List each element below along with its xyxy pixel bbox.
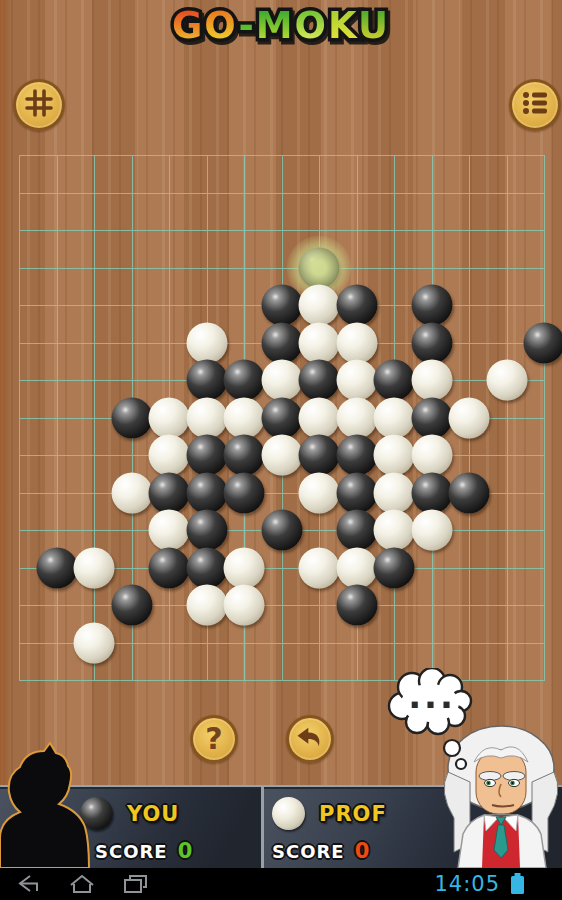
board-cell[interactable]: [57, 530, 95, 568]
board-cell[interactable]: [507, 643, 545, 681]
title-letter: K: [328, 4, 358, 47]
board-cell[interactable]: [94, 380, 132, 418]
board-cell[interactable]: [132, 343, 170, 381]
board-cell[interactable]: [432, 343, 470, 381]
board-cell[interactable]: [207, 380, 245, 418]
score-value-prof: 0: [355, 839, 371, 863]
menu-button[interactable]: [509, 79, 561, 131]
board-cell[interactable]: [394, 268, 432, 306]
board-cell[interactable]: [94, 268, 132, 306]
board-cell[interactable]: [132, 530, 170, 568]
board-cell[interactable]: [432, 268, 470, 306]
board-cell[interactable]: [282, 343, 320, 381]
android-navbar: 14:05: [0, 868, 562, 900]
board-cell[interactable]: [207, 155, 245, 193]
board-cell[interactable]: [282, 155, 320, 193]
recents-button[interactable]: [122, 874, 148, 898]
board-cell[interactable]: [357, 568, 395, 606]
board-cell[interactable]: [282, 493, 320, 531]
board-cell[interactable]: [244, 343, 282, 381]
board-cell[interactable]: [357, 230, 395, 268]
board-cell[interactable]: [469, 343, 507, 381]
title-letter: M: [256, 4, 295, 47]
board-cell[interactable]: [319, 193, 357, 231]
board-cell[interactable]: [57, 193, 95, 231]
board-cell[interactable]: [507, 155, 545, 193]
board-cell[interactable]: [132, 268, 170, 306]
player-name-prof: PROF: [319, 802, 387, 826]
board-cell[interactable]: [19, 380, 57, 418]
board-cell[interactable]: [469, 268, 507, 306]
board-cell[interactable]: [94, 155, 132, 193]
board-cell[interactable]: [469, 455, 507, 493]
board-cell[interactable]: [244, 418, 282, 456]
board-cell[interactable]: [319, 305, 357, 343]
board-cell[interactable]: [394, 343, 432, 381]
board-cell[interactable]: [169, 493, 207, 531]
question-icon: ?: [205, 724, 222, 754]
board-cell[interactable]: [132, 493, 170, 531]
board-cell[interactable]: [432, 230, 470, 268]
board-cell[interactable]: [282, 305, 320, 343]
board-cell[interactable]: [319, 230, 357, 268]
board-cell[interactable]: [207, 643, 245, 681]
board-cell[interactable]: [394, 605, 432, 643]
board-cell[interactable]: [357, 455, 395, 493]
board-cell[interactable]: [244, 568, 282, 606]
board-cell[interactable]: [19, 230, 57, 268]
board-cell[interactable]: [282, 193, 320, 231]
board-cell[interactable]: [132, 568, 170, 606]
board-cell[interactable]: [469, 568, 507, 606]
home-icon: [68, 874, 96, 894]
board-cell[interactable]: [319, 530, 357, 568]
board-cell[interactable]: [394, 530, 432, 568]
board-cell[interactable]: [507, 493, 545, 531]
board-cell[interactable]: [357, 343, 395, 381]
board-cell[interactable]: [319, 380, 357, 418]
board-cell[interactable]: [432, 418, 470, 456]
player-silhouette: [0, 742, 100, 872]
bulleted-list-icon: [521, 89, 549, 121]
title-letter: O: [295, 4, 328, 47]
board-cell[interactable]: [319, 643, 357, 681]
board-cell[interactable]: [282, 605, 320, 643]
board-cell[interactable]: [57, 493, 95, 531]
board-cell[interactable]: [57, 643, 95, 681]
board-cell[interactable]: [94, 605, 132, 643]
board-cell[interactable]: [469, 380, 507, 418]
home-button[interactable]: [68, 874, 96, 898]
board-cell[interactable]: [169, 455, 207, 493]
board-cell[interactable]: [132, 305, 170, 343]
board-cell[interactable]: [94, 193, 132, 231]
board-cell[interactable]: [394, 305, 432, 343]
board-cell[interactable]: [169, 380, 207, 418]
board-cell[interactable]: [282, 380, 320, 418]
board-cell[interactable]: [357, 193, 395, 231]
board-cell[interactable]: [244, 493, 282, 531]
board-cell[interactable]: [357, 418, 395, 456]
title-letter: -: [238, 4, 255, 47]
board-cell[interactable]: [432, 568, 470, 606]
board-cell[interactable]: [94, 493, 132, 531]
title-letter: U: [358, 4, 390, 47]
board-cell[interactable]: [19, 305, 57, 343]
board-cell[interactable]: [282, 568, 320, 606]
board-cell[interactable]: [94, 530, 132, 568]
board-cell[interactable]: [394, 493, 432, 531]
board-cell[interactable]: [432, 605, 470, 643]
board-cell[interactable]: [394, 155, 432, 193]
board-cell[interactable]: [169, 418, 207, 456]
board-cell[interactable]: [207, 455, 245, 493]
board-cell[interactable]: [357, 493, 395, 531]
recents-icon: [122, 874, 148, 894]
page-title: GO-MOKU GO-MOKU: [0, 4, 562, 52]
board-cell[interactable]: [19, 455, 57, 493]
scoreboard-divider: [261, 787, 264, 868]
board-style-button[interactable]: [13, 79, 65, 131]
board-cell[interactable]: [244, 530, 282, 568]
board-cell[interactable]: [94, 230, 132, 268]
board-cell[interactable]: [507, 605, 545, 643]
board-cell[interactable]: [507, 343, 545, 381]
board-cell[interactable]: [319, 455, 357, 493]
board-cell[interactable]: [207, 343, 245, 381]
board-cell[interactable]: [19, 493, 57, 531]
board-cell[interactable]: [319, 493, 357, 531]
board-cell[interactable]: [207, 605, 245, 643]
board-cell[interactable]: [469, 418, 507, 456]
board-cell[interactable]: [432, 493, 470, 531]
board-cell[interactable]: [207, 418, 245, 456]
board-cell[interactable]: [507, 230, 545, 268]
board-cell[interactable]: [57, 455, 95, 493]
board-cell[interactable]: [432, 155, 470, 193]
board-cell[interactable]: [169, 155, 207, 193]
board-cell[interactable]: [169, 268, 207, 306]
board-cell[interactable]: [357, 380, 395, 418]
board-cell[interactable]: [319, 568, 357, 606]
board-cell[interactable]: [432, 193, 470, 231]
board-cell[interactable]: [432, 530, 470, 568]
board-cell[interactable]: [132, 230, 170, 268]
board-cell[interactable]: [469, 193, 507, 231]
board-cell[interactable]: [507, 305, 545, 343]
board-cell[interactable]: [94, 343, 132, 381]
board-cell[interactable]: [19, 418, 57, 456]
board-cell[interactable]: [394, 193, 432, 231]
board-cell[interactable]: [169, 568, 207, 606]
ellipsis-dots: ...: [402, 686, 462, 706]
board-cell[interactable]: [357, 305, 395, 343]
board-cell[interactable]: [507, 193, 545, 231]
board-cell[interactable]: [507, 530, 545, 568]
board-cell[interactable]: [57, 268, 95, 306]
back-icon: [16, 874, 42, 894]
board-cell[interactable]: [19, 268, 57, 306]
board-cell[interactable]: [94, 455, 132, 493]
player-name-you: YOU: [127, 802, 179, 826]
board-cell[interactable]: [19, 155, 57, 193]
stone-icon-white: [272, 797, 305, 830]
board-cell[interactable]: [57, 230, 95, 268]
board-cell[interactable]: [319, 605, 357, 643]
score-label-you: SCORE: [95, 841, 168, 862]
board-cell[interactable]: [132, 380, 170, 418]
board-cell[interactable]: [19, 568, 57, 606]
gomoku-app: GO-MOKU GO-MOKU ?: [0, 0, 562, 900]
board-cell[interactable]: [319, 268, 357, 306]
board-cell[interactable]: [507, 380, 545, 418]
undo-arrow-icon: [295, 722, 325, 756]
board-cell[interactable]: [469, 530, 507, 568]
title-letter: O: [204, 4, 238, 47]
board-cell[interactable]: [319, 418, 357, 456]
board-cell[interactable]: [132, 455, 170, 493]
board-cell[interactable]: [507, 455, 545, 493]
undo-button[interactable]: [286, 715, 334, 763]
board-cell[interactable]: [132, 155, 170, 193]
help-button[interactable]: ?: [190, 715, 238, 763]
board-cell[interactable]: [469, 155, 507, 193]
board-cell[interactable]: [132, 643, 170, 681]
board-cell[interactable]: [469, 605, 507, 643]
board-cell[interactable]: [207, 530, 245, 568]
board-cell[interactable]: [319, 343, 357, 381]
board-cell[interactable]: [169, 193, 207, 231]
board-cell[interactable]: [357, 530, 395, 568]
board-cell[interactable]: [394, 418, 432, 456]
board-cell[interactable]: [432, 380, 470, 418]
board-cell[interactable]: [282, 530, 320, 568]
board-cell[interactable]: [94, 568, 132, 606]
board-cell[interactable]: [169, 343, 207, 381]
board-cell[interactable]: [94, 643, 132, 681]
board-cell[interactable]: [244, 605, 282, 643]
board-cell[interactable]: [57, 155, 95, 193]
board-cell[interactable]: [57, 605, 95, 643]
board-cell[interactable]: [282, 268, 320, 306]
board-cell[interactable]: [169, 605, 207, 643]
board-cell[interactable]: [282, 455, 320, 493]
board-cell[interactable]: [57, 380, 95, 418]
board-cell[interactable]: [244, 455, 282, 493]
board-cell[interactable]: [207, 268, 245, 306]
board-cell[interactable]: [357, 605, 395, 643]
board-cell[interactable]: [507, 268, 545, 306]
board-cell[interactable]: [94, 418, 132, 456]
board-cell[interactable]: [57, 418, 95, 456]
board-cell[interactable]: [469, 493, 507, 531]
board-cell[interactable]: [282, 418, 320, 456]
board-cell[interactable]: [19, 643, 57, 681]
board-cell[interactable]: [469, 305, 507, 343]
board-cell[interactable]: [319, 155, 357, 193]
board-cell[interactable]: [169, 643, 207, 681]
board-cell[interactable]: [244, 643, 282, 681]
board-cell[interactable]: [282, 230, 320, 268]
board-cell[interactable]: [357, 268, 395, 306]
board-cell[interactable]: [432, 455, 470, 493]
board-cell[interactable]: [207, 305, 245, 343]
board-cell[interactable]: [57, 343, 95, 381]
grid-hash-icon: [25, 89, 53, 121]
board-cell[interactable]: [244, 380, 282, 418]
board-cell[interactable]: [207, 568, 245, 606]
board-cell[interactable]: [57, 305, 95, 343]
board-cell[interactable]: [394, 568, 432, 606]
board-cell[interactable]: [207, 493, 245, 531]
board-cell[interactable]: [94, 305, 132, 343]
board-cell[interactable]: [132, 605, 170, 643]
board-cell[interactable]: [394, 380, 432, 418]
clock: 14:05: [434, 872, 500, 896]
board-cell[interactable]: [507, 568, 545, 606]
board-cell[interactable]: [394, 230, 432, 268]
board-cell[interactable]: [19, 605, 57, 643]
board-cell[interactable]: [244, 230, 282, 268]
board-cell[interactable]: [19, 343, 57, 381]
board-cell[interactable]: [132, 418, 170, 456]
board-cell[interactable]: [432, 305, 470, 343]
board-cell[interactable]: [244, 268, 282, 306]
title-text: GO-MOKU: [0, 4, 562, 48]
board-cell[interactable]: [244, 193, 282, 231]
board-cell[interactable]: [469, 230, 507, 268]
title-letter: G: [172, 4, 204, 47]
board-cell[interactable]: [19, 193, 57, 231]
board-cell[interactable]: [19, 530, 57, 568]
board-cell[interactable]: [169, 530, 207, 568]
board-cell[interactable]: [132, 193, 170, 231]
board-cell[interactable]: [507, 418, 545, 456]
score-label-prof: SCORE: [272, 841, 345, 862]
board-cell[interactable]: [57, 568, 95, 606]
board-cell[interactable]: [207, 230, 245, 268]
board-cell[interactable]: [244, 155, 282, 193]
game-board[interactable]: [19, 155, 545, 681]
board-cell[interactable]: [357, 155, 395, 193]
board-cell[interactable]: [169, 230, 207, 268]
board-cell[interactable]: [169, 305, 207, 343]
board-cell[interactable]: [244, 305, 282, 343]
thought-bubble: ...: [382, 668, 482, 776]
board-cell[interactable]: [394, 455, 432, 493]
board-cell[interactable]: [282, 643, 320, 681]
back-button[interactable]: [16, 874, 42, 898]
board-cell[interactable]: [207, 193, 245, 231]
score-value-you: 0: [178, 839, 194, 863]
battery-icon: [510, 873, 525, 899]
